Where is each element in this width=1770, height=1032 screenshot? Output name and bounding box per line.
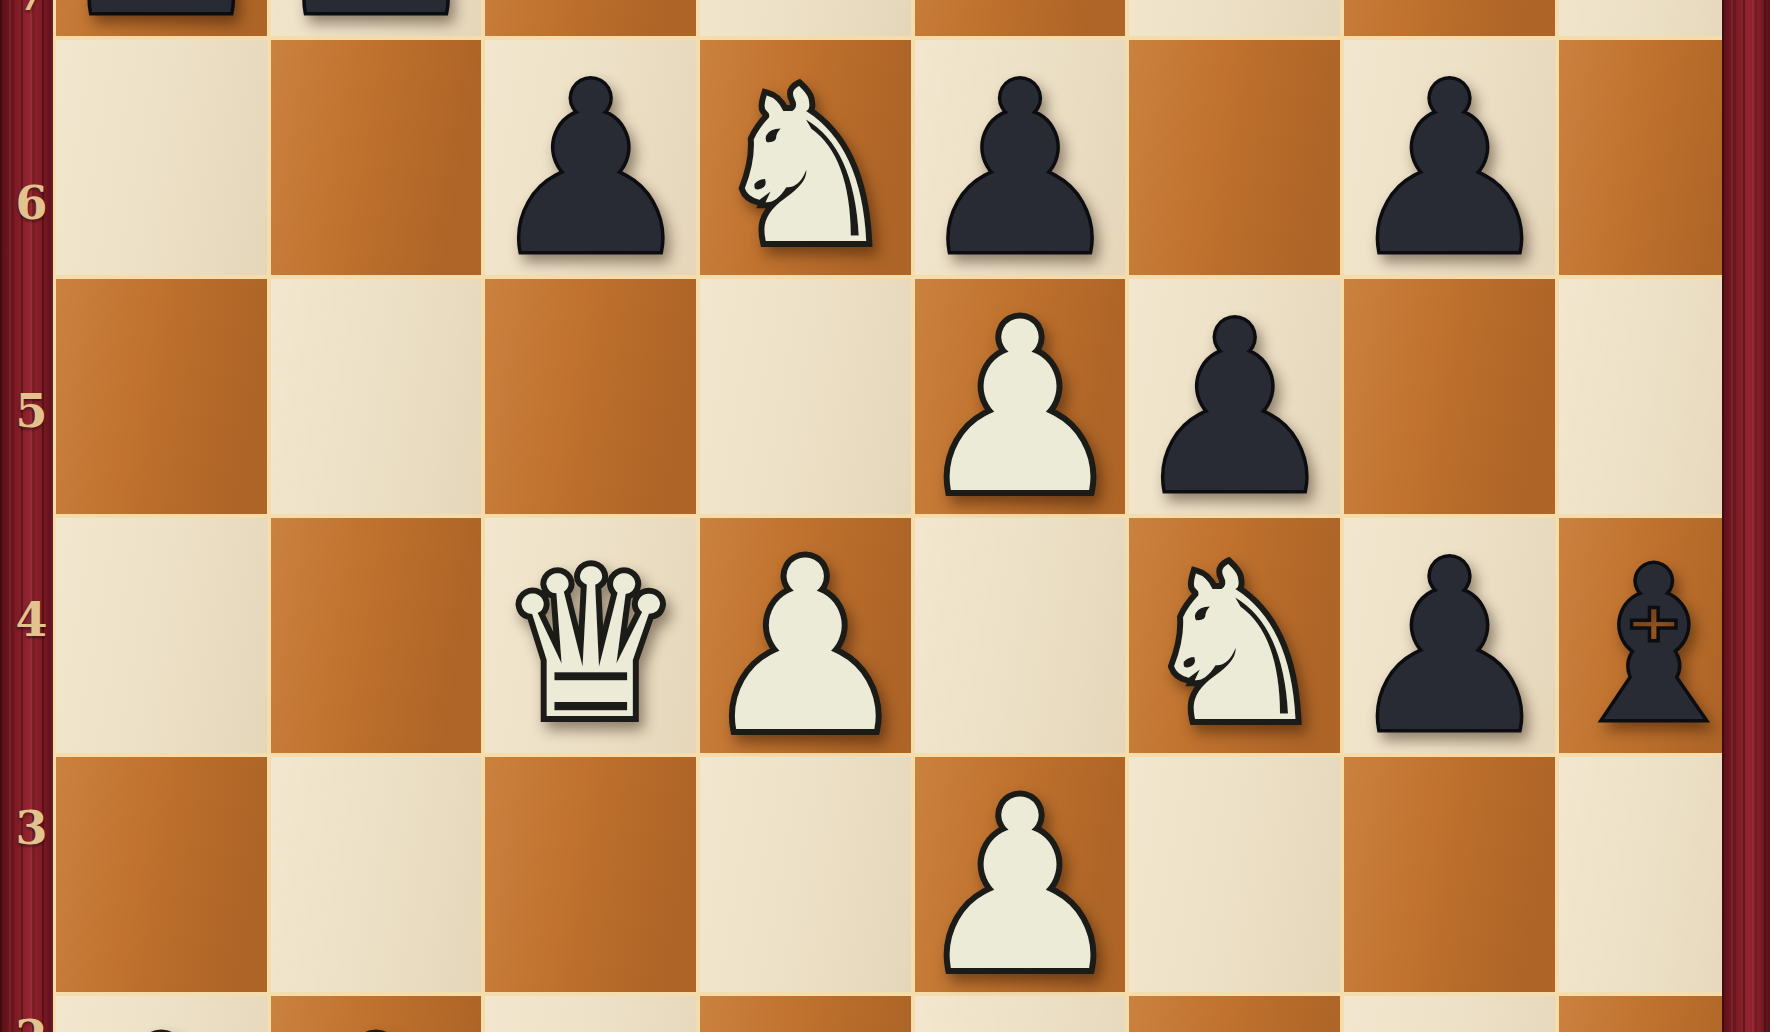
square-e3[interactable]: ♟ [915, 757, 1126, 992]
square-g2[interactable] [1344, 996, 1555, 1032]
white-queen[interactable]: ♛ [499, 543, 683, 748]
square-g4[interactable]: ♟ [1344, 518, 1555, 753]
square-a2[interactable]: ♟ [56, 996, 267, 1032]
square-c2[interactable] [485, 996, 696, 1032]
square-a3[interactable] [56, 757, 267, 992]
square-c6[interactable]: ♟ [485, 40, 696, 275]
square-h5[interactable] [1559, 279, 1749, 514]
square-d3[interactable] [700, 757, 911, 992]
rank-label-7: 7 [10, 0, 53, 20]
square-c3[interactable] [485, 757, 696, 992]
square-h3[interactable] [1559, 757, 1749, 992]
square-a7[interactable]: ♟ [56, 0, 267, 36]
square-a4[interactable] [56, 518, 267, 753]
square-f2[interactable] [1129, 996, 1340, 1032]
square-f4[interactable]: ♞ [1129, 518, 1340, 753]
black-pawn[interactable]: ♟ [1129, 290, 1340, 525]
square-g7[interactable] [1344, 0, 1555, 36]
rank-label-6: 6 [10, 177, 53, 229]
white-pawn[interactable]: ♟ [271, 1007, 482, 1032]
white-knight[interactable]: ♞ [1140, 540, 1330, 752]
black-pawn[interactable]: ♟ [915, 51, 1126, 286]
square-b4[interactable] [271, 518, 482, 753]
chess-board: ♟♟♟♞♟♟♟♟♛♟♞♟♝♟♟♟ [53, 0, 1722, 1032]
square-g5[interactable] [1344, 279, 1555, 514]
square-h2[interactable] [1559, 996, 1749, 1032]
square-c4[interactable]: ♛ [485, 518, 696, 753]
square-h6[interactable] [1559, 40, 1749, 275]
square-d2[interactable] [700, 996, 911, 1032]
white-pawn[interactable]: ♟ [56, 1007, 267, 1032]
square-a5[interactable] [56, 279, 267, 514]
white-knight[interactable]: ♞ [710, 62, 900, 274]
square-h7[interactable] [1559, 0, 1749, 36]
square-e2[interactable] [915, 996, 1126, 1032]
square-b2[interactable]: ♟ [271, 996, 482, 1032]
square-f5[interactable]: ♟ [1129, 279, 1340, 514]
square-e6[interactable]: ♟ [915, 40, 1126, 275]
square-e4[interactable] [915, 518, 1126, 753]
square-c7[interactable] [485, 0, 696, 36]
white-pawn[interactable]: ♟ [915, 290, 1126, 525]
square-e7[interactable] [915, 0, 1126, 36]
square-h4[interactable]: ♝ [1559, 518, 1749, 753]
square-b3[interactable] [271, 757, 482, 992]
square-b5[interactable] [271, 279, 482, 514]
black-pawn[interactable]: ♟ [1344, 51, 1555, 286]
square-g6[interactable]: ♟ [1344, 40, 1555, 275]
square-g3[interactable] [1344, 757, 1555, 992]
square-f3[interactable] [1129, 757, 1340, 992]
black-pawn[interactable]: ♟ [1344, 529, 1555, 764]
square-d5[interactable] [700, 279, 911, 514]
chess-diagram: ♟♟♟♞♟♟♟♟♛♟♞♟♝♟♟♟ 765432 [0, 0, 1770, 1032]
square-d7[interactable] [700, 0, 911, 36]
square-d6[interactable]: ♞ [700, 40, 911, 275]
square-b6[interactable] [271, 40, 482, 275]
white-pawn[interactable]: ♟ [700, 529, 911, 764]
black-pawn[interactable]: ♟ [485, 51, 696, 286]
rank-label-5: 5 [10, 385, 53, 437]
rank-label-2: 2 [10, 1011, 53, 1032]
rank-label-3: 3 [10, 802, 53, 854]
board-border-right [1722, 0, 1770, 1032]
square-a6[interactable] [56, 40, 267, 275]
square-b7[interactable]: ♟ [271, 0, 482, 36]
square-d4[interactable]: ♟ [700, 518, 911, 753]
white-pawn[interactable]: ♟ [915, 768, 1126, 1003]
square-e5[interactable]: ♟ [915, 279, 1126, 514]
square-c5[interactable] [485, 279, 696, 514]
rank-label-4: 4 [10, 594, 53, 646]
square-f7[interactable] [1129, 0, 1340, 36]
black-bishop[interactable]: ♝ [1559, 540, 1749, 752]
square-f6[interactable] [1129, 40, 1340, 275]
board-border-left [0, 0, 53, 1032]
